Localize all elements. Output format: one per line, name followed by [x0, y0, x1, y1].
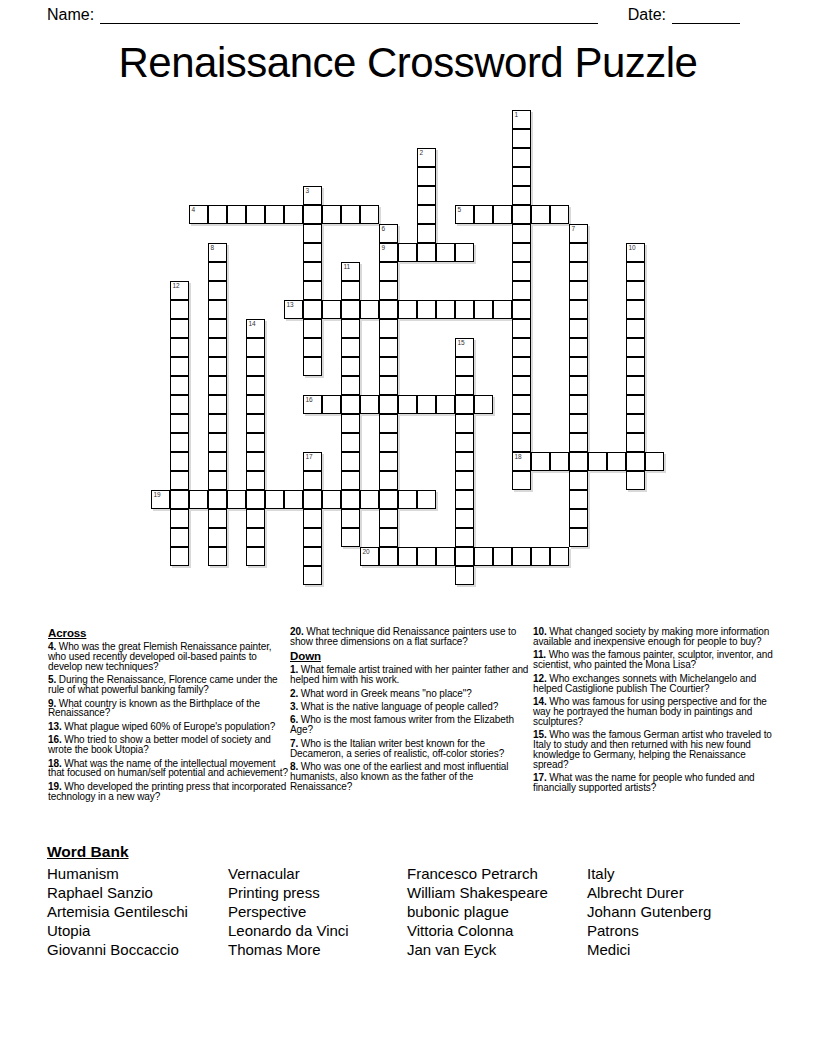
grid-cell-r5c18[interactable] — [493, 205, 512, 224]
grid-cell-r10c19[interactable] — [512, 300, 531, 319]
grid-cell-r18c21[interactable] — [550, 452, 569, 471]
grid-cell-r2c14[interactable]: 2 — [417, 148, 436, 167]
grid-cell-r14c19[interactable] — [512, 376, 531, 395]
clue-4-across: 4. Who was the great Flemish Renaissance… — [48, 642, 288, 672]
grid-cell-r23c17[interactable] — [474, 547, 493, 566]
grid-cell-r10c8[interactable] — [303, 300, 322, 319]
grid-cell-r22c3[interactable] — [208, 528, 227, 547]
grid-cell-r20c9[interactable] — [322, 490, 341, 509]
grid-cell-r10c18[interactable] — [493, 300, 512, 319]
grid-cell-r4c19[interactable] — [512, 186, 531, 205]
grid-cell-r12c10[interactable] — [341, 338, 360, 357]
grid-cell-r10c3[interactable] — [208, 300, 227, 319]
grid-cell-r16c1[interactable] — [170, 414, 189, 433]
grid-cell-r10c15[interactable] — [436, 300, 455, 319]
grid-cell-r5c5[interactable] — [246, 205, 265, 224]
grid-cell-r16c16[interactable] — [455, 414, 474, 433]
grid-cell-r23c1[interactable] — [170, 547, 189, 566]
grid-cell-r23c3[interactable] — [208, 547, 227, 566]
word-bank-word: bubonic plague — [407, 902, 587, 921]
grid-cell-r13c5[interactable] — [246, 357, 265, 376]
word-bank-word: Albrecht Durer — [587, 883, 787, 902]
grid-cell-r7c8[interactable] — [303, 243, 322, 262]
grid-cell-r5c14[interactable] — [417, 205, 436, 224]
grid-cell-r9c3[interactable] — [208, 281, 227, 300]
grid-cell-r1c19[interactable] — [512, 129, 531, 148]
grid-cell-r23c14[interactable] — [417, 547, 436, 566]
grid-cell-r14c12[interactable] — [379, 376, 398, 395]
clue-number-label: 1. — [290, 664, 298, 675]
clue-number-label: 16. — [48, 734, 62, 745]
grid-cell-r23c21[interactable] — [550, 547, 569, 566]
cell-number: 3 — [306, 187, 309, 194]
grid-cell-r12c8[interactable] — [303, 338, 322, 357]
grid-cell-r15c13[interactable] — [398, 395, 417, 414]
grid-cell-r4c8[interactable]: 3 — [303, 186, 322, 205]
grid-cell-r6c14[interactable] — [417, 224, 436, 243]
clue-number-label: 14. — [533, 696, 547, 707]
grid-cell-r18c26[interactable] — [645, 452, 664, 471]
name-label: Name: — [47, 6, 100, 24]
cell-number: 6 — [382, 225, 385, 232]
word-bank-word: Artemisia Gentileschi — [47, 902, 228, 921]
grid-cell-r22c5[interactable] — [246, 528, 265, 547]
grid-cell-r16c19[interactable] — [512, 414, 531, 433]
grid-cell-r15c17[interactable] — [474, 395, 493, 414]
grid-cell-r9c12[interactable] — [379, 281, 398, 300]
grid-cell-r14c1[interactable] — [170, 376, 189, 395]
grid-cell-r12c25[interactable] — [626, 338, 645, 357]
grid-cell-r5c3[interactable] — [208, 205, 227, 224]
grid-cell-r7c15[interactable] — [436, 243, 455, 262]
grid-cell-r10c10[interactable] — [341, 300, 360, 319]
clue-number-label: 7. — [290, 738, 298, 749]
grid-cell-r22c8[interactable] — [303, 528, 322, 547]
clue-number-label: 2. — [290, 688, 298, 699]
grid-cell-r10c9[interactable] — [322, 300, 341, 319]
grid-cell-r7c3[interactable]: 8 — [208, 243, 227, 262]
grid-cell-r20c22[interactable] — [569, 490, 588, 509]
grid-cell-r13c12[interactable] — [379, 357, 398, 376]
grid-cell-r8c19[interactable] — [512, 262, 531, 281]
grid-cell-r9c19[interactable] — [512, 281, 531, 300]
grid-cell-r8c25[interactable] — [626, 262, 645, 281]
cell-number: 13 — [287, 301, 294, 308]
grid-cell-r20c6[interactable] — [265, 490, 284, 509]
grid-cell-r19c19[interactable] — [512, 471, 531, 490]
grid-cell-r16c12[interactable] — [379, 414, 398, 433]
grid-cell-r3c14[interactable] — [417, 167, 436, 186]
grid-cell-r19c10[interactable] — [341, 471, 360, 490]
grid-cell-r20c13[interactable] — [398, 490, 417, 509]
grid-cell-r23c12[interactable] — [379, 547, 398, 566]
grid-cell-r10c16[interactable] — [455, 300, 474, 319]
grid-cell-r18c19[interactable]: 18 — [512, 452, 531, 471]
grid-cell-r18c25[interactable] — [626, 452, 645, 471]
grid-cell-r20c3[interactable] — [208, 490, 227, 509]
grid-cell-r14c16[interactable] — [455, 376, 474, 395]
crossword-worksheet-page: { "game": "crossword", "header": { "name… — [0, 0, 816, 1056]
grid-cell-r15c3[interactable] — [208, 395, 227, 414]
across-clues-list-cont: 20. What technique did Renaissance paint… — [290, 627, 530, 647]
grid-cell-r5c17[interactable] — [474, 205, 493, 224]
cell-number: 10 — [629, 244, 636, 251]
clues-column-3: 10. What changed society by making more … — [533, 627, 773, 797]
grid-cell-r20c1[interactable] — [170, 490, 189, 509]
grid-cell-r22c16[interactable] — [455, 528, 474, 547]
word-bank-word: Jan van Eyck — [407, 940, 587, 959]
crossword-grid: 1234567891011121314151617181920 — [151, 110, 664, 585]
grid-cell-r13c25[interactable] — [626, 357, 645, 376]
grid-cell-r8c3[interactable] — [208, 262, 227, 281]
word-bank-word: Johann Gutenberg — [587, 902, 787, 921]
grid-cell-r20c10[interactable] — [341, 490, 360, 509]
clue-14-down: 14. Who was famous for using perspective… — [533, 697, 773, 727]
cell-number: 17 — [306, 453, 313, 460]
grid-cell-r13c8[interactable] — [303, 357, 322, 376]
grid-cell-r19c22[interactable] — [569, 471, 588, 490]
grid-cell-r15c16[interactable] — [455, 395, 474, 414]
clue-2-down: 2. What word in Greek means "no place"? — [290, 689, 530, 699]
word-bank-word: Patrons — [587, 921, 787, 940]
grid-cell-r19c25[interactable] — [626, 471, 645, 490]
clue-number-label: 8. — [290, 761, 298, 772]
grid-cell-r5c9[interactable] — [322, 205, 341, 224]
grid-cell-r5c4[interactable] — [227, 205, 246, 224]
grid-cell-r24c8[interactable] — [303, 566, 322, 585]
grid-cell-r18c20[interactable] — [531, 452, 550, 471]
grid-cell-r19c1[interactable] — [170, 471, 189, 490]
grid-cell-r18c5[interactable] — [246, 452, 265, 471]
clue-number-label: 13. — [48, 721, 62, 732]
grid-cell-r23c11[interactable]: 20 — [360, 547, 379, 566]
grid-cell-r22c10[interactable] — [341, 528, 360, 547]
clue-number-label: 4. — [48, 641, 56, 652]
clue-number-label: 20. — [290, 626, 304, 637]
cell-number: 18 — [515, 453, 522, 460]
grid-cell-r18c23[interactable] — [588, 452, 607, 471]
grid-cell-r7c16[interactable] — [455, 243, 474, 262]
word-bank-word: Humanism — [47, 864, 228, 883]
grid-cell-r5c16[interactable]: 5 — [455, 205, 474, 224]
clue-3-down: 3. What is the native language of people… — [290, 702, 530, 712]
word-bank-header: Word Bank — [47, 843, 787, 860]
grid-cell-r17c19[interactable] — [512, 433, 531, 452]
grid-cell-r10c12[interactable] — [379, 300, 398, 319]
grid-cell-r21c1[interactable] — [170, 509, 189, 528]
grid-cell-r14c10[interactable] — [341, 376, 360, 395]
grid-cell-r17c10[interactable] — [341, 433, 360, 452]
grid-cell-r20c7[interactable] — [284, 490, 303, 509]
grid-cell-r22c1[interactable] — [170, 528, 189, 547]
grid-cell-r13c10[interactable] — [341, 357, 360, 376]
clue-16-across: 16. Who tried to show a better model of … — [48, 735, 288, 755]
grid-cell-r20c14[interactable] — [417, 490, 436, 509]
grid-cell-r17c5[interactable] — [246, 433, 265, 452]
grid-cell-r5c2[interactable]: 4 — [189, 205, 208, 224]
grid-cell-r9c10[interactable] — [341, 281, 360, 300]
grid-cell-r21c10[interactable] — [341, 509, 360, 528]
clue-15-down: 15. Who was the famous German artist who… — [533, 730, 773, 770]
clue-number-label: 17. — [533, 772, 547, 783]
grid-cell-r12c5[interactable] — [246, 338, 265, 357]
grid-cell-r19c8[interactable] — [303, 471, 322, 490]
grid-cell-r11c8[interactable] — [303, 319, 322, 338]
grid-cell-r6c22[interactable]: 7 — [569, 224, 588, 243]
grid-cell-r19c12[interactable] — [379, 471, 398, 490]
grid-cell-r21c12[interactable] — [379, 509, 398, 528]
grid-cell-r12c3[interactable] — [208, 338, 227, 357]
grid-cell-r13c3[interactable] — [208, 357, 227, 376]
grid-cell-r18c3[interactable] — [208, 452, 227, 471]
grid-cell-r11c19[interactable] — [512, 319, 531, 338]
clue-6-down: 6. Who is the most famous writer from th… — [290, 715, 530, 735]
grid-cell-r20c8[interactable] — [303, 490, 322, 509]
cell-number: 1 — [515, 111, 518, 118]
word-bank-word: Italy — [587, 864, 787, 883]
clue-number-label: 3. — [290, 701, 298, 712]
grid-cell-r7c12[interactable]: 9 — [379, 243, 398, 262]
grid-cell-r17c25[interactable] — [626, 433, 645, 452]
clues-column-2: 20. What technique did Renaissance paint… — [290, 627, 530, 795]
grid-cell-r16c3[interactable] — [208, 414, 227, 433]
grid-cell-r23c5[interactable] — [246, 547, 265, 566]
word-bank-word: Leonardo da Vinci — [228, 921, 407, 940]
grid-cell-r15c8[interactable]: 16 — [303, 395, 322, 414]
grid-cell-r17c22[interactable] — [569, 433, 588, 452]
grid-cell-r23c13[interactable] — [398, 547, 417, 566]
clue-number-label: 15. — [533, 729, 547, 740]
grid-cell-r17c3[interactable] — [208, 433, 227, 452]
word-bank: Word Bank HumanismRaphael SanzioArtemisi… — [47, 843, 787, 959]
grid-cell-r16c22[interactable] — [569, 414, 588, 433]
grid-cell-r16c5[interactable] — [246, 414, 265, 433]
word-bank-columns: HumanismRaphael SanzioArtemisia Gentiles… — [47, 864, 787, 959]
grid-cell-r17c1[interactable] — [170, 433, 189, 452]
grid-cell-r23c8[interactable] — [303, 547, 322, 566]
cell-number: 4 — [192, 206, 195, 213]
grid-cell-r13c19[interactable] — [512, 357, 531, 376]
grid-cell-r21c22[interactable] — [569, 509, 588, 528]
grid-cell-r10c17[interactable] — [474, 300, 493, 319]
grid-cell-r5c6[interactable] — [265, 205, 284, 224]
grid-cell-r20c0[interactable]: 19 — [151, 490, 170, 509]
down-clues-list-cont: 10. What changed society by making more … — [533, 627, 773, 793]
grid-cell-r15c10[interactable] — [341, 395, 360, 414]
grid-cell-r14c22[interactable] — [569, 376, 588, 395]
grid-cell-r8c8[interactable] — [303, 262, 322, 281]
grid-cell-r5c8[interactable] — [303, 205, 322, 224]
word-bank-column-1: HumanismRaphael SanzioArtemisia Gentiles… — [47, 864, 228, 959]
date-blank-line[interactable] — [672, 7, 740, 24]
grid-cell-r5c20[interactable] — [531, 205, 550, 224]
grid-cell-r21c8[interactable] — [303, 509, 322, 528]
grid-cell-r14c5[interactable] — [246, 376, 265, 395]
grid-cell-r15c25[interactable] — [626, 395, 645, 414]
grid-cell-r21c3[interactable] — [208, 509, 227, 528]
grid-cell-r10c1[interactable] — [170, 300, 189, 319]
grid-cell-r10c22[interactable] — [569, 300, 588, 319]
grid-cell-r16c25[interactable] — [626, 414, 645, 433]
grid-cell-r23c16[interactable] — [455, 547, 474, 566]
clue-17-down: 17. What was the name for people who fun… — [533, 773, 773, 793]
grid-cell-r19c3[interactable] — [208, 471, 227, 490]
grid-cell-r20c12[interactable] — [379, 490, 398, 509]
grid-cell-r18c10[interactable] — [341, 452, 360, 471]
grid-cell-r18c8[interactable]: 17 — [303, 452, 322, 471]
grid-cell-r13c22[interactable] — [569, 357, 588, 376]
grid-cell-r22c12[interactable] — [379, 528, 398, 547]
grid-cell-r20c4[interactable] — [227, 490, 246, 509]
grid-cell-r15c5[interactable] — [246, 395, 265, 414]
grid-cell-r17c16[interactable] — [455, 433, 474, 452]
name-blank-line[interactable] — [100, 7, 598, 24]
cell-number: 19 — [154, 491, 161, 498]
grid-cell-r23c18[interactable] — [493, 547, 512, 566]
grid-cell-r22c22[interactable] — [569, 528, 588, 547]
grid-cell-r12c19[interactable] — [512, 338, 531, 357]
grid-cell-r21c5[interactable] — [246, 509, 265, 528]
date-label: Date: — [628, 6, 672, 24]
grid-cell-r8c22[interactable] — [569, 262, 588, 281]
clue-number-label: 19. — [48, 781, 62, 792]
grid-cell-r18c16[interactable] — [455, 452, 474, 471]
grid-cell-r14c25[interactable] — [626, 376, 645, 395]
grid-cell-r15c15[interactable] — [436, 395, 455, 414]
grid-cell-r9c25[interactable] — [626, 281, 645, 300]
clue-10-down: 10. What changed society by making more … — [533, 627, 773, 647]
grid-cell-r9c22[interactable] — [569, 281, 588, 300]
cell-number: 15 — [458, 339, 465, 346]
grid-cell-r15c14[interactable] — [417, 395, 436, 414]
cell-number: 20 — [363, 548, 370, 555]
grid-cell-r6c19[interactable] — [512, 224, 531, 243]
grid-cell-r20c11[interactable] — [360, 490, 379, 509]
grid-cell-r20c16[interactable] — [455, 490, 474, 509]
grid-cell-r10c11[interactable] — [360, 300, 379, 319]
grid-cell-r10c7[interactable]: 13 — [284, 300, 303, 319]
grid-cell-r8c10[interactable]: 11 — [341, 262, 360, 281]
grid-cell-r15c11[interactable] — [360, 395, 379, 414]
grid-cell-r10c14[interactable] — [417, 300, 436, 319]
grid-cell-r12c22[interactable] — [569, 338, 588, 357]
word-bank-word: Thomas More — [228, 940, 407, 959]
grid-cell-r18c24[interactable] — [607, 452, 626, 471]
grid-cell-r23c20[interactable] — [531, 547, 550, 566]
grid-cell-r12c16[interactable]: 15 — [455, 338, 474, 357]
grid-cell-r12c12[interactable] — [379, 338, 398, 357]
grid-cell-r21c16[interactable] — [455, 509, 474, 528]
grid-cell-r2c19[interactable] — [512, 148, 531, 167]
grid-cell-r23c15[interactable] — [436, 547, 455, 566]
grid-cell-r19c5[interactable] — [246, 471, 265, 490]
grid-cell-r9c8[interactable] — [303, 281, 322, 300]
clue-1-down: 1. What female artist trained with her p… — [290, 665, 530, 685]
grid-cell-r11c1[interactable] — [170, 319, 189, 338]
grid-cell-r4c14[interactable] — [417, 186, 436, 205]
grid-cell-r6c12[interactable]: 6 — [379, 224, 398, 243]
grid-cell-r18c22[interactable] — [569, 452, 588, 471]
grid-cell-r14c3[interactable] — [208, 376, 227, 395]
grid-cell-r15c1[interactable] — [170, 395, 189, 414]
grid-cell-r15c9[interactable] — [322, 395, 341, 414]
clue-11-down: 11. Who was the famous painter, sculptor… — [533, 650, 773, 670]
grid-cell-r13c16[interactable] — [455, 357, 474, 376]
word-bank-word: Raphael Sanzio — [47, 883, 228, 902]
down-clues-list: 1. What female artist trained with her p… — [290, 665, 530, 791]
grid-cell-r12c1[interactable] — [170, 338, 189, 357]
clue-8-down: 8. Who was one of the earliest and most … — [290, 762, 530, 792]
clue-9-across: 9. What country is known as the Birthpla… — [48, 699, 288, 719]
grid-cell-r10c25[interactable] — [626, 300, 645, 319]
grid-cell-r5c21[interactable] — [550, 205, 569, 224]
grid-cell-r13c1[interactable] — [170, 357, 189, 376]
grid-cell-r15c22[interactable] — [569, 395, 588, 414]
grid-cell-r15c19[interactable] — [512, 395, 531, 414]
grid-cell-r19c16[interactable] — [455, 471, 474, 490]
word-bank-word: Medici — [587, 940, 787, 959]
grid-cell-r7c13[interactable] — [398, 243, 417, 262]
grid-cell-r7c14[interactable] — [417, 243, 436, 262]
grid-cell-r0c19[interactable]: 1 — [512, 110, 531, 129]
grid-cell-r20c5[interactable] — [246, 490, 265, 509]
grid-cell-r7c22[interactable] — [569, 243, 588, 262]
grid-cell-r15c12[interactable] — [379, 395, 398, 414]
grid-cell-r18c1[interactable] — [170, 452, 189, 471]
grid-cell-r5c10[interactable] — [341, 205, 360, 224]
grid-cell-r7c19[interactable] — [512, 243, 531, 262]
clue-number-label: 9. — [48, 698, 56, 709]
grid-cell-r5c11[interactable] — [360, 205, 379, 224]
grid-cell-r11c3[interactable] — [208, 319, 227, 338]
grid-cell-r16c10[interactable] — [341, 414, 360, 433]
grid-cell-r11c22[interactable] — [569, 319, 588, 338]
word-bank-word: Francesco Petrarch — [407, 864, 587, 883]
cell-number: 2 — [420, 149, 423, 156]
grid-cell-r24c16[interactable] — [455, 566, 474, 585]
grid-cell-r11c12[interactable] — [379, 319, 398, 338]
grid-cell-r17c12[interactable] — [379, 433, 398, 452]
word-bank-word: Utopia — [47, 921, 228, 940]
grid-cell-r3c19[interactable] — [512, 167, 531, 186]
word-bank-word: Vernacular — [228, 864, 407, 883]
name-date-row: Name: Date: — [47, 4, 740, 24]
clue-18-across: 18. What was the name of the intellectua… — [48, 759, 288, 779]
across-header: Across — [48, 627, 288, 640]
grid-cell-r5c19[interactable] — [512, 205, 531, 224]
grid-cell-r18c12[interactable] — [379, 452, 398, 471]
clue-12-down: 12. Who exchanges sonnets with Michelang… — [533, 674, 773, 694]
cell-number: 12 — [173, 282, 180, 289]
grid-cell-r7c25[interactable]: 10 — [626, 243, 645, 262]
grid-cell-r11c10[interactable] — [341, 319, 360, 338]
grid-cell-r23c19[interactable] — [512, 547, 531, 566]
grid-cell-r11c5[interactable]: 14 — [246, 319, 265, 338]
grid-cell-r6c8[interactable] — [303, 224, 322, 243]
grid-cell-r10c13[interactable] — [398, 300, 417, 319]
clue-19-across: 19. Who developed the printing press tha… — [48, 782, 288, 802]
grid-cell-r8c12[interactable] — [379, 262, 398, 281]
clue-number-label: 11. — [533, 649, 546, 660]
grid-cell-r20c2[interactable] — [189, 490, 208, 509]
grid-cell-r9c1[interactable]: 12 — [170, 281, 189, 300]
cell-number: 7 — [572, 225, 575, 232]
cell-number: 16 — [306, 396, 313, 403]
grid-cell-r11c25[interactable] — [626, 319, 645, 338]
clue-number-label: 5. — [48, 674, 56, 685]
cell-number: 11 — [344, 263, 350, 270]
grid-cell-r5c7[interactable] — [284, 205, 303, 224]
